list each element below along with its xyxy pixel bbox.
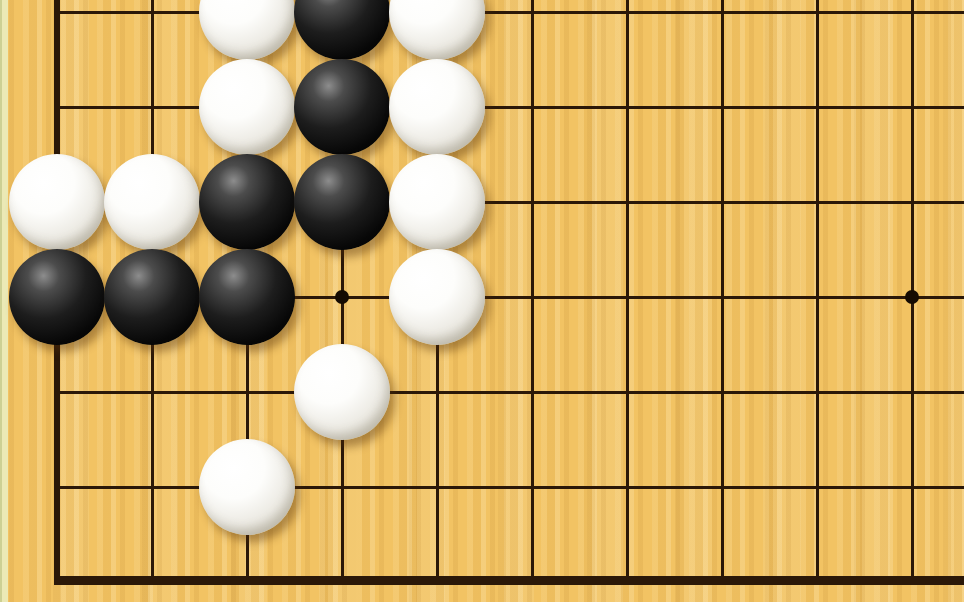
board-intersection[interactable]	[865, 250, 960, 345]
board-intersection[interactable]	[105, 250, 200, 345]
black-stone-a4	[9, 249, 105, 345]
board-intersection[interactable]	[485, 345, 580, 440]
board-intersection[interactable]	[865, 155, 960, 250]
board-intersection[interactable]	[770, 60, 865, 155]
white-stone-e4	[389, 249, 485, 345]
board-intersection[interactable]	[580, 60, 675, 155]
board-intersection[interactable]	[295, 155, 390, 250]
board-intersection[interactable]	[200, 345, 295, 440]
board-intersection[interactable]	[295, 440, 390, 535]
board-intersection[interactable]	[485, 535, 580, 602]
board-intersection[interactable]	[865, 440, 960, 535]
board-intersection[interactable]	[485, 250, 580, 345]
board-intersection[interactable]	[675, 345, 770, 440]
white-stone-c2	[199, 439, 295, 535]
board-intersection[interactable]	[295, 250, 390, 345]
board-intersection[interactable]	[295, 535, 390, 602]
board-intersection[interactable]	[390, 155, 485, 250]
board-intersection[interactable]	[675, 60, 770, 155]
board-intersection[interactable]	[105, 440, 200, 535]
board-intersection[interactable]	[10, 440, 105, 535]
goban-grid	[10, 0, 960, 602]
board-intersection[interactable]	[200, 60, 295, 155]
board-intersection[interactable]	[770, 250, 865, 345]
board-intersection[interactable]	[580, 250, 675, 345]
board-intersection[interactable]	[390, 440, 485, 535]
black-stone-b4	[104, 249, 200, 345]
white-stone-e5	[389, 154, 485, 250]
board-intersection[interactable]	[295, 0, 390, 60]
board-intersection[interactable]	[105, 345, 200, 440]
black-stone-c4	[199, 249, 295, 345]
white-stone-c7	[199, 0, 295, 60]
board-intersection[interactable]	[675, 155, 770, 250]
board-intersection[interactable]	[200, 535, 295, 602]
board-intersection[interactable]	[770, 155, 865, 250]
board-intersection[interactable]	[865, 345, 960, 440]
board-intersection[interactable]	[580, 155, 675, 250]
board-intersection[interactable]	[390, 250, 485, 345]
board-intersection[interactable]	[580, 535, 675, 602]
board-intersection[interactable]	[10, 250, 105, 345]
board-intersection[interactable]	[10, 155, 105, 250]
board-intersection[interactable]	[580, 345, 675, 440]
board-intersection[interactable]	[390, 345, 485, 440]
board-intersection[interactable]	[865, 535, 960, 602]
board-left-margin-strip	[0, 0, 8, 602]
board-intersection[interactable]	[200, 0, 295, 60]
board-intersection[interactable]	[10, 60, 105, 155]
board-intersection[interactable]	[200, 155, 295, 250]
board-intersection[interactable]	[770, 0, 865, 60]
board-intersection[interactable]	[865, 60, 960, 155]
black-stone-d5	[294, 154, 390, 250]
board-intersection[interactable]	[485, 155, 580, 250]
board-intersection[interactable]	[770, 535, 865, 602]
board-intersection[interactable]	[10, 345, 105, 440]
board-intersection[interactable]	[770, 440, 865, 535]
white-stone-a5	[9, 154, 105, 250]
white-stone-b5	[104, 154, 200, 250]
white-stone-c6	[199, 59, 295, 155]
white-stone-e7	[389, 0, 485, 60]
board-intersection[interactable]	[200, 250, 295, 345]
black-stone-d7	[294, 0, 390, 60]
board-intersection[interactable]	[295, 60, 390, 155]
board-intersection[interactable]	[390, 535, 485, 602]
board-intersection[interactable]	[10, 0, 105, 60]
board-intersection[interactable]	[580, 440, 675, 535]
board-intersection[interactable]	[485, 440, 580, 535]
board-intersection[interactable]	[675, 535, 770, 602]
board-intersection[interactable]	[675, 440, 770, 535]
board-intersection[interactable]	[105, 60, 200, 155]
board-intersection[interactable]	[580, 0, 675, 60]
white-stone-e6	[389, 59, 485, 155]
board-intersection[interactable]	[105, 535, 200, 602]
board-intersection[interactable]	[390, 0, 485, 60]
board-intersection[interactable]	[105, 155, 200, 250]
board-intersection[interactable]	[485, 60, 580, 155]
board-intersection[interactable]	[390, 60, 485, 155]
black-stone-d6	[294, 59, 390, 155]
board-intersection[interactable]	[295, 345, 390, 440]
board-intersection[interactable]	[770, 345, 865, 440]
white-stone-d3	[294, 344, 390, 440]
go-board-screenshot	[0, 0, 964, 602]
board-intersection[interactable]	[675, 0, 770, 60]
board-intersection[interactable]	[675, 250, 770, 345]
board-intersection[interactable]	[10, 535, 105, 602]
board-intersection[interactable]	[865, 0, 960, 60]
black-stone-c5	[199, 154, 295, 250]
board-intersection[interactable]	[200, 440, 295, 535]
board-intersection[interactable]	[105, 0, 200, 60]
board-intersection[interactable]	[485, 0, 580, 60]
